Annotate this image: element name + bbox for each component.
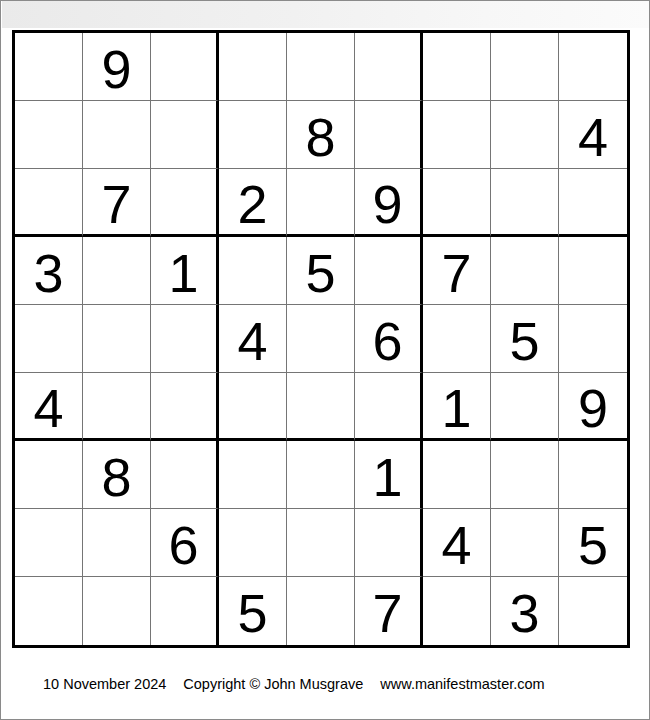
sudoku-cell-r3c6: 9 bbox=[355, 169, 423, 237]
sudoku-cell-r6c8[interactable] bbox=[491, 373, 559, 441]
sudoku-cell-r2c1[interactable] bbox=[15, 101, 83, 169]
given-digit: 4 bbox=[237, 310, 267, 368]
page-footer: 10 November 2024 Copyright © John Musgra… bbox=[43, 676, 545, 692]
given-digit: 9 bbox=[578, 377, 608, 435]
sudoku-cell-r9c9[interactable] bbox=[559, 577, 627, 645]
sudoku-cell-r4c3: 1 bbox=[151, 237, 219, 305]
sudoku-cell-r4c9[interactable] bbox=[559, 237, 627, 305]
sudoku-cell-r5c1[interactable] bbox=[15, 305, 83, 373]
sudoku-board: 984729315746541981645573 bbox=[12, 30, 630, 648]
puzzle-page: 984729315746541981645573 10 November 202… bbox=[0, 0, 650, 720]
sudoku-cell-r7c4[interactable] bbox=[219, 441, 287, 509]
given-digit: 5 bbox=[305, 242, 335, 300]
sudoku-cell-r5c2[interactable] bbox=[83, 305, 151, 373]
sudoku-cell-r8c3: 6 bbox=[151, 509, 219, 577]
given-digit: 5 bbox=[237, 582, 267, 640]
sudoku-cell-r8c2[interactable] bbox=[83, 509, 151, 577]
sudoku-cell-r6c6[interactable] bbox=[355, 373, 423, 441]
sudoku-cell-r8c4[interactable] bbox=[219, 509, 287, 577]
sudoku-cell-r1c3[interactable] bbox=[151, 33, 219, 101]
sudoku-cell-r6c2[interactable] bbox=[83, 373, 151, 441]
sudoku-cell-r5c6: 6 bbox=[355, 305, 423, 373]
given-digit: 1 bbox=[372, 446, 402, 504]
given-digit: 8 bbox=[305, 106, 335, 164]
sudoku-cell-r4c7: 7 bbox=[423, 237, 491, 305]
given-digit: 6 bbox=[372, 310, 402, 368]
sudoku-cell-r9c3[interactable] bbox=[151, 577, 219, 645]
sudoku-cell-r9c2[interactable] bbox=[83, 577, 151, 645]
sudoku-cell-r1c7[interactable] bbox=[423, 33, 491, 101]
sudoku-cell-r3c4: 2 bbox=[219, 169, 287, 237]
sudoku-cell-r5c4: 4 bbox=[219, 305, 287, 373]
given-digit: 9 bbox=[101, 38, 131, 96]
sudoku-cell-r7c9[interactable] bbox=[559, 441, 627, 509]
sudoku-cell-r4c5: 5 bbox=[287, 237, 355, 305]
given-digit: 6 bbox=[168, 514, 198, 572]
copyright-text: Copyright © John Musgrave bbox=[183, 676, 363, 692]
sudoku-cell-r1c2: 9 bbox=[83, 33, 151, 101]
sudoku-cell-r8c5[interactable] bbox=[287, 509, 355, 577]
sudoku-cell-r9c5[interactable] bbox=[287, 577, 355, 645]
sudoku-cell-r5c5[interactable] bbox=[287, 305, 355, 373]
sudoku-cell-r7c7[interactable] bbox=[423, 441, 491, 509]
sudoku-cell-r5c7[interactable] bbox=[423, 305, 491, 373]
sudoku-cell-r9c8: 3 bbox=[491, 577, 559, 645]
sudoku-cell-r3c5[interactable] bbox=[287, 169, 355, 237]
given-digit: 1 bbox=[168, 242, 198, 300]
sudoku-cell-r7c2: 8 bbox=[83, 441, 151, 509]
sudoku-cell-r9c6: 7 bbox=[355, 577, 423, 645]
sudoku-cell-r6c1: 4 bbox=[15, 373, 83, 441]
given-digit: 4 bbox=[33, 377, 63, 435]
puzzle-date: 10 November 2024 bbox=[43, 676, 166, 692]
given-digit: 5 bbox=[509, 310, 539, 368]
sudoku-cell-r1c8[interactable] bbox=[491, 33, 559, 101]
sudoku-cell-r9c4: 5 bbox=[219, 577, 287, 645]
sudoku-cell-r5c3[interactable] bbox=[151, 305, 219, 373]
given-digit: 5 bbox=[578, 514, 608, 572]
given-digit: 1 bbox=[441, 377, 471, 435]
website-text: www.manifestmaster.com bbox=[380, 676, 544, 692]
sudoku-cell-r5c9[interactable] bbox=[559, 305, 627, 373]
given-digit: 2 bbox=[237, 173, 267, 231]
sudoku-cell-r3c3[interactable] bbox=[151, 169, 219, 237]
sudoku-cell-r8c9: 5 bbox=[559, 509, 627, 577]
given-digit: 7 bbox=[372, 582, 402, 640]
given-digit: 7 bbox=[101, 173, 131, 231]
sudoku-cell-r2c7[interactable] bbox=[423, 101, 491, 169]
sudoku-cell-r8c6[interactable] bbox=[355, 509, 423, 577]
sudoku-cell-r6c9: 9 bbox=[559, 373, 627, 441]
sudoku-cell-r2c9: 4 bbox=[559, 101, 627, 169]
sudoku-cell-r3c8[interactable] bbox=[491, 169, 559, 237]
sudoku-cell-r3c7[interactable] bbox=[423, 169, 491, 237]
sudoku-cell-r1c5[interactable] bbox=[287, 33, 355, 101]
sudoku-cell-r4c2[interactable] bbox=[83, 237, 151, 305]
sudoku-cell-r5c8: 5 bbox=[491, 305, 559, 373]
sudoku-cell-r6c7: 1 bbox=[423, 373, 491, 441]
given-digit: 3 bbox=[33, 242, 63, 300]
sudoku-cell-r1c1[interactable] bbox=[15, 33, 83, 101]
given-digit: 8 bbox=[101, 446, 131, 504]
sudoku-cell-r7c8[interactable] bbox=[491, 441, 559, 509]
sudoku-cell-r7c6: 1 bbox=[355, 441, 423, 509]
sudoku-cell-r7c1[interactable] bbox=[15, 441, 83, 509]
sudoku-cell-r7c3[interactable] bbox=[151, 441, 219, 509]
sudoku-cell-r4c1: 3 bbox=[15, 237, 83, 305]
given-digit: 3 bbox=[509, 582, 539, 640]
sudoku-cell-r4c8[interactable] bbox=[491, 237, 559, 305]
sudoku-cell-r2c8[interactable] bbox=[491, 101, 559, 169]
sudoku-cell-r8c7: 4 bbox=[423, 509, 491, 577]
sudoku-cell-r1c4[interactable] bbox=[219, 33, 287, 101]
sudoku-cell-r3c9[interactable] bbox=[559, 169, 627, 237]
sudoku-cell-r7c5[interactable] bbox=[287, 441, 355, 509]
given-digit: 4 bbox=[441, 514, 471, 572]
sudoku-cell-r1c6[interactable] bbox=[355, 33, 423, 101]
sudoku-cell-r6c3[interactable] bbox=[151, 373, 219, 441]
given-digit: 9 bbox=[372, 173, 402, 231]
sudoku-cell-r2c3[interactable] bbox=[151, 101, 219, 169]
page-header-strip bbox=[2, 1, 649, 28]
sudoku-cell-r3c1[interactable] bbox=[15, 169, 83, 237]
sudoku-cell-r4c4[interactable] bbox=[219, 237, 287, 305]
sudoku-cell-r2c5: 8 bbox=[287, 101, 355, 169]
sudoku-cell-r3c2: 7 bbox=[83, 169, 151, 237]
sudoku-cell-r2c4[interactable] bbox=[219, 101, 287, 169]
sudoku-cell-r4c6[interactable] bbox=[355, 237, 423, 305]
sudoku-cell-r8c1[interactable] bbox=[15, 509, 83, 577]
sudoku-cell-r6c4[interactable] bbox=[219, 373, 287, 441]
sudoku-cell-r6c5[interactable] bbox=[287, 373, 355, 441]
given-digit: 4 bbox=[578, 106, 608, 164]
given-digit: 7 bbox=[441, 242, 471, 300]
sudoku-cell-r9c1[interactable] bbox=[15, 577, 83, 645]
sudoku-cell-r2c6[interactable] bbox=[355, 101, 423, 169]
sudoku-cell-r9c7[interactable] bbox=[423, 577, 491, 645]
sudoku-cell-r2c2[interactable] bbox=[83, 101, 151, 169]
sudoku-cell-r8c8[interactable] bbox=[491, 509, 559, 577]
sudoku-cell-r1c9[interactable] bbox=[559, 33, 627, 101]
